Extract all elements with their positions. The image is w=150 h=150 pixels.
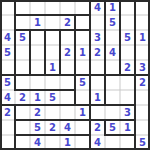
given-digit-r2c3: 1 xyxy=(34,17,41,28)
empty-cell-r1c4[interactable] xyxy=(46,1,59,14)
given-digit-r1c7: 4 xyxy=(94,2,101,13)
empty-cell-r4c4[interactable] xyxy=(46,46,59,59)
given-digit-r8c1: 2 xyxy=(4,107,11,118)
given-digit-r9c3: 5 xyxy=(34,122,41,133)
empty-cell-r6c4[interactable] xyxy=(46,76,59,89)
empty-cell-r1c2[interactable] xyxy=(16,1,29,14)
empty-cell-r2c9[interactable] xyxy=(121,16,134,29)
empty-cell-r3c5[interactable] xyxy=(61,31,74,44)
given-digit-r2c8: 5 xyxy=(109,17,116,28)
empty-cell-r8c4[interactable] xyxy=(46,106,59,119)
given-digit-r9c7: 2 xyxy=(94,122,101,133)
empty-cell-r4c10[interactable] xyxy=(136,46,149,59)
empty-cell-r2c6[interactable] xyxy=(76,16,89,29)
empty-cell-r2c4[interactable] xyxy=(46,16,59,29)
given-digit-r6c6: 5 xyxy=(79,77,86,88)
given-digit-r4c1: 5 xyxy=(4,47,11,58)
empty-cell-r8c8[interactable] xyxy=(106,106,119,119)
empty-cell-r10c2[interactable] xyxy=(16,136,29,149)
given-digit-r7c4: 5 xyxy=(49,92,56,103)
empty-cell-r7c8[interactable] xyxy=(106,91,119,104)
empty-cell-r6c9[interactable] xyxy=(121,76,134,89)
empty-cell-r3c3[interactable] xyxy=(31,31,44,44)
given-digit-r7c1: 4 xyxy=(4,92,11,103)
empty-cell-r9c1[interactable] xyxy=(1,121,14,134)
empty-cell-r5c7[interactable] xyxy=(91,61,104,74)
given-digit-r5c9: 2 xyxy=(124,62,131,73)
empty-cell-r8c7[interactable] xyxy=(91,106,104,119)
empty-cell-r2c2[interactable] xyxy=(16,16,29,29)
given-digit-r6c1: 5 xyxy=(4,77,11,88)
given-digit-r7c3: 1 xyxy=(34,92,41,103)
given-digit-r4c8: 4 xyxy=(109,47,116,58)
given-digit-r6c10: 2 xyxy=(139,77,146,88)
given-digit-r8c9: 3 xyxy=(124,107,131,118)
empty-cell-r4c3[interactable] xyxy=(31,46,44,59)
given-digit-r9c9: 1 xyxy=(124,122,131,133)
empty-cell-r5c1[interactable] xyxy=(1,61,14,74)
empty-cell-r7c6[interactable] xyxy=(76,91,89,104)
given-digit-r5c4: 1 xyxy=(49,62,56,73)
given-digit-r3c2: 5 xyxy=(19,32,26,43)
empty-cell-r1c1[interactable] xyxy=(1,1,14,14)
empty-cell-r8c2[interactable] xyxy=(16,106,29,119)
empty-cell-r1c5[interactable] xyxy=(61,1,74,14)
given-digit-r2c5: 2 xyxy=(64,17,71,28)
empty-cell-r3c8[interactable] xyxy=(106,31,119,44)
empty-cell-r7c5[interactable] xyxy=(61,91,74,104)
empty-cell-r7c10[interactable] xyxy=(136,91,149,104)
empty-cell-r9c10[interactable] xyxy=(136,121,149,134)
given-digit-r4c6: 1 xyxy=(79,47,86,58)
board-svg: 4112545351521241235524215122135242514145 xyxy=(0,0,150,150)
given-digit-r10c5: 1 xyxy=(64,137,71,148)
given-digit-r3c7: 3 xyxy=(94,32,101,43)
empty-cell-r2c10[interactable] xyxy=(136,16,149,29)
empty-cell-r4c2[interactable] xyxy=(16,46,29,59)
empty-cell-r9c6[interactable] xyxy=(76,121,89,134)
empty-cell-r3c4[interactable] xyxy=(46,31,59,44)
empty-cell-r6c7[interactable] xyxy=(91,76,104,89)
empty-cell-r1c9[interactable] xyxy=(121,1,134,14)
given-digit-r9c4: 2 xyxy=(49,122,56,133)
empty-cell-r10c8[interactable] xyxy=(106,136,119,149)
given-digit-r4c5: 2 xyxy=(64,47,71,58)
empty-cell-r5c8[interactable] xyxy=(106,61,119,74)
empty-cell-r9c2[interactable] xyxy=(16,121,29,134)
empty-cell-r5c2[interactable] xyxy=(16,61,29,74)
given-digit-r5c10: 3 xyxy=(139,62,146,73)
empty-cell-r6c3[interactable] xyxy=(31,76,44,89)
empty-cell-r5c3[interactable] xyxy=(31,61,44,74)
given-digit-r8c6: 1 xyxy=(79,107,86,118)
empty-cell-r6c8[interactable] xyxy=(106,76,119,89)
empty-cell-r4c9[interactable] xyxy=(121,46,134,59)
empty-cell-r6c5[interactable] xyxy=(61,76,74,89)
given-digit-r3c10: 1 xyxy=(139,32,146,43)
empty-cell-r10c9[interactable] xyxy=(121,136,134,149)
given-digit-r10c7: 4 xyxy=(94,137,101,148)
empty-cell-r10c4[interactable] xyxy=(46,136,59,149)
empty-cell-r10c6[interactable] xyxy=(76,136,89,149)
given-digit-r4c7: 2 xyxy=(94,47,101,58)
empty-cell-r8c5[interactable] xyxy=(61,106,74,119)
empty-cell-r6c2[interactable] xyxy=(16,76,29,89)
given-digit-r3c1: 4 xyxy=(4,32,11,43)
given-digit-r7c7: 1 xyxy=(94,92,101,103)
empty-cell-r8c10[interactable] xyxy=(136,106,149,119)
empty-cell-r1c3[interactable] xyxy=(31,1,44,14)
puzzle-board: 4112545351521241235524215122135242514145 xyxy=(0,0,150,150)
given-digit-r10c10: 5 xyxy=(139,137,146,148)
empty-cell-r7c9[interactable] xyxy=(121,91,134,104)
given-digit-r10c3: 4 xyxy=(34,137,41,148)
empty-cell-r5c5[interactable] xyxy=(61,61,74,74)
empty-cell-r1c10[interactable] xyxy=(136,1,149,14)
given-digit-r8c3: 2 xyxy=(34,107,41,118)
empty-cell-r2c1[interactable] xyxy=(1,16,14,29)
given-digit-r1c8: 1 xyxy=(109,2,116,13)
given-digit-r7c2: 2 xyxy=(19,92,26,103)
given-digit-r3c9: 5 xyxy=(124,32,131,43)
empty-cell-r1c6[interactable] xyxy=(76,1,89,14)
empty-cell-r3c6[interactable] xyxy=(76,31,89,44)
given-digit-r9c8: 5 xyxy=(109,122,116,133)
empty-cell-r10c1[interactable] xyxy=(1,136,14,149)
given-digit-r9c5: 4 xyxy=(64,122,71,133)
empty-cell-r5c6[interactable] xyxy=(76,61,89,74)
empty-cell-r2c7[interactable] xyxy=(91,16,104,29)
